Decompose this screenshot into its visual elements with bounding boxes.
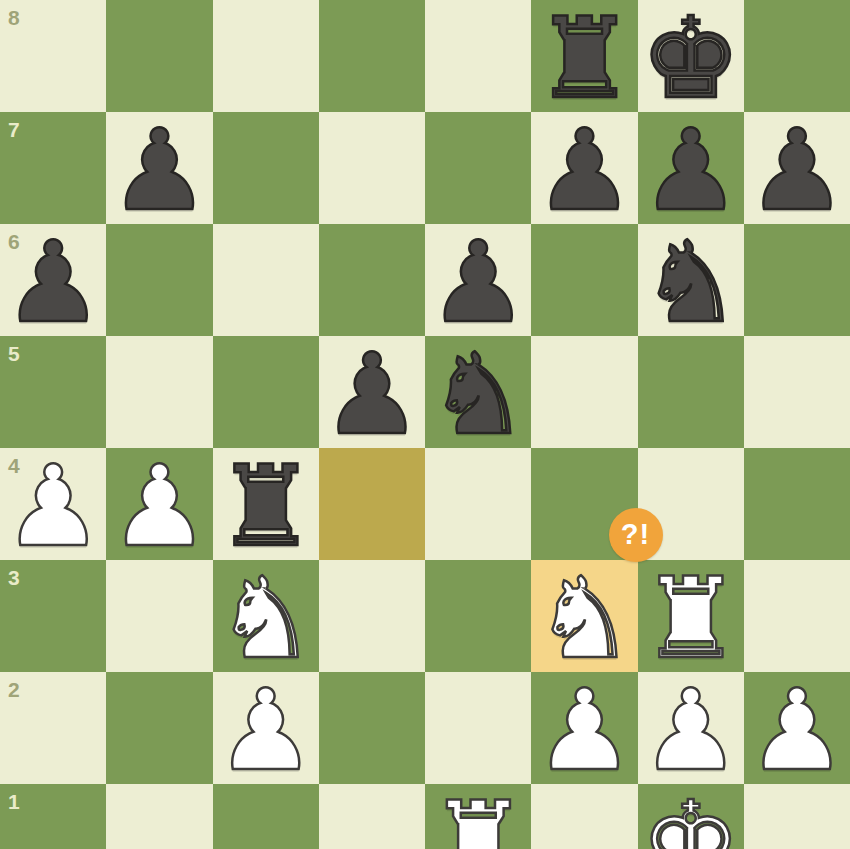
rank-label-5: 5 xyxy=(8,342,20,366)
piece-black-pawn[interactable]: ♟ xyxy=(3,226,103,338)
piece-white-pawn[interactable]: ♟ xyxy=(215,674,315,786)
square-g3[interactable]: ♜ xyxy=(638,560,744,672)
square-d3[interactable] xyxy=(319,560,425,672)
square-c5[interactable] xyxy=(213,336,319,448)
piece-white-knight[interactable]: ♞ xyxy=(215,562,315,674)
square-e7[interactable] xyxy=(425,112,531,224)
piece-white-pawn[interactable]: ♟ xyxy=(747,674,847,786)
square-g1[interactable]: g♚ xyxy=(638,784,744,849)
square-h8[interactable] xyxy=(744,0,850,112)
square-c7[interactable] xyxy=(213,112,319,224)
rank-label-8: 8 xyxy=(8,6,20,30)
square-f2[interactable]: ♟ xyxy=(531,672,637,784)
piece-white-rook[interactable]: ♜ xyxy=(428,786,528,849)
square-a1[interactable]: 1a xyxy=(0,784,106,849)
square-e3[interactable] xyxy=(425,560,531,672)
square-g7[interactable]: ♟ xyxy=(638,112,744,224)
badge-label: ?! xyxy=(621,518,650,551)
square-c2[interactable]: ♟ xyxy=(213,672,319,784)
square-h2[interactable]: ♟ xyxy=(744,672,850,784)
square-h5[interactable] xyxy=(744,336,850,448)
square-g5[interactable] xyxy=(638,336,744,448)
piece-white-pawn[interactable]: ♟ xyxy=(109,450,209,562)
square-e8[interactable] xyxy=(425,0,531,112)
piece-white-knight[interactable]: ♞ xyxy=(534,562,634,674)
square-d1[interactable]: d xyxy=(319,784,425,849)
piece-black-pawn[interactable]: ♟ xyxy=(428,226,528,338)
square-a8[interactable]: 8 xyxy=(0,0,106,112)
square-b4[interactable]: ♟ xyxy=(106,448,212,560)
square-e2[interactable] xyxy=(425,672,531,784)
square-d7[interactable] xyxy=(319,112,425,224)
square-h4[interactable] xyxy=(744,448,850,560)
piece-white-pawn[interactable]: ♟ xyxy=(534,674,634,786)
piece-black-king[interactable]: ♚ xyxy=(640,2,740,114)
piece-black-pawn[interactable]: ♟ xyxy=(640,114,740,226)
square-b6[interactable] xyxy=(106,224,212,336)
square-c3[interactable]: ♞ xyxy=(213,560,319,672)
square-b7[interactable]: ♟ xyxy=(106,112,212,224)
square-h6[interactable] xyxy=(744,224,850,336)
square-b1[interactable]: b xyxy=(106,784,212,849)
square-h1[interactable]: h xyxy=(744,784,850,849)
piece-black-pawn[interactable]: ♟ xyxy=(322,338,422,450)
square-e1[interactable]: e♜ xyxy=(425,784,531,849)
square-c1[interactable]: c xyxy=(213,784,319,849)
square-g2[interactable]: ♟ xyxy=(638,672,744,784)
piece-white-king[interactable]: ♚ xyxy=(640,786,740,849)
piece-black-pawn[interactable]: ♟ xyxy=(534,114,634,226)
square-d5[interactable]: ♟ xyxy=(319,336,425,448)
square-d4[interactable] xyxy=(319,448,425,560)
square-h3[interactable] xyxy=(744,560,850,672)
square-h7[interactable]: ♟ xyxy=(744,112,850,224)
rank-label-3: 3 xyxy=(8,566,20,590)
square-e6[interactable]: ♟ xyxy=(425,224,531,336)
square-a6[interactable]: 6♟ xyxy=(0,224,106,336)
piece-white-pawn[interactable]: ♟ xyxy=(3,450,103,562)
move-classification-badge: ?! xyxy=(609,508,663,562)
square-d8[interactable] xyxy=(319,0,425,112)
square-g6[interactable]: ♞ xyxy=(638,224,744,336)
square-c6[interactable] xyxy=(213,224,319,336)
square-d6[interactable] xyxy=(319,224,425,336)
square-b8[interactable] xyxy=(106,0,212,112)
square-f3[interactable]: ♞ xyxy=(531,560,637,672)
square-f1[interactable]: f xyxy=(531,784,637,849)
square-a3[interactable]: 3 xyxy=(0,560,106,672)
square-a4[interactable]: 4♟ xyxy=(0,448,106,560)
square-e5[interactable]: ♞ xyxy=(425,336,531,448)
square-c4[interactable]: ♜ xyxy=(213,448,319,560)
piece-black-pawn[interactable]: ♟ xyxy=(747,114,847,226)
piece-black-pawn[interactable]: ♟ xyxy=(109,114,209,226)
square-e4[interactable] xyxy=(425,448,531,560)
square-f6[interactable] xyxy=(531,224,637,336)
square-b5[interactable] xyxy=(106,336,212,448)
square-b2[interactable] xyxy=(106,672,212,784)
chess-board: ?! 8♜♚7♟♟♟♟6♟♟♞5♟♞4♟♟♜3♞♞♜2♟♟♟♟1abcde♜fg… xyxy=(0,0,850,849)
rank-label-7: 7 xyxy=(8,118,20,142)
square-d2[interactable] xyxy=(319,672,425,784)
square-a2[interactable]: 2 xyxy=(0,672,106,784)
rank-label-2: 2 xyxy=(8,678,20,702)
square-g8[interactable]: ♚ xyxy=(638,0,744,112)
piece-black-rook[interactable]: ♜ xyxy=(534,2,634,114)
rank-label-1: 1 xyxy=(8,790,20,814)
square-c8[interactable] xyxy=(213,0,319,112)
piece-black-knight[interactable]: ♞ xyxy=(640,226,740,338)
piece-white-rook[interactable]: ♜ xyxy=(640,562,740,674)
square-f7[interactable]: ♟ xyxy=(531,112,637,224)
square-f8[interactable]: ♜ xyxy=(531,0,637,112)
square-a5[interactable]: 5 xyxy=(0,336,106,448)
piece-black-rook[interactable]: ♜ xyxy=(215,450,315,562)
square-f5[interactable] xyxy=(531,336,637,448)
square-a7[interactable]: 7 xyxy=(0,112,106,224)
piece-black-knight[interactable]: ♞ xyxy=(428,338,528,450)
square-b3[interactable] xyxy=(106,560,212,672)
piece-white-pawn[interactable]: ♟ xyxy=(640,674,740,786)
